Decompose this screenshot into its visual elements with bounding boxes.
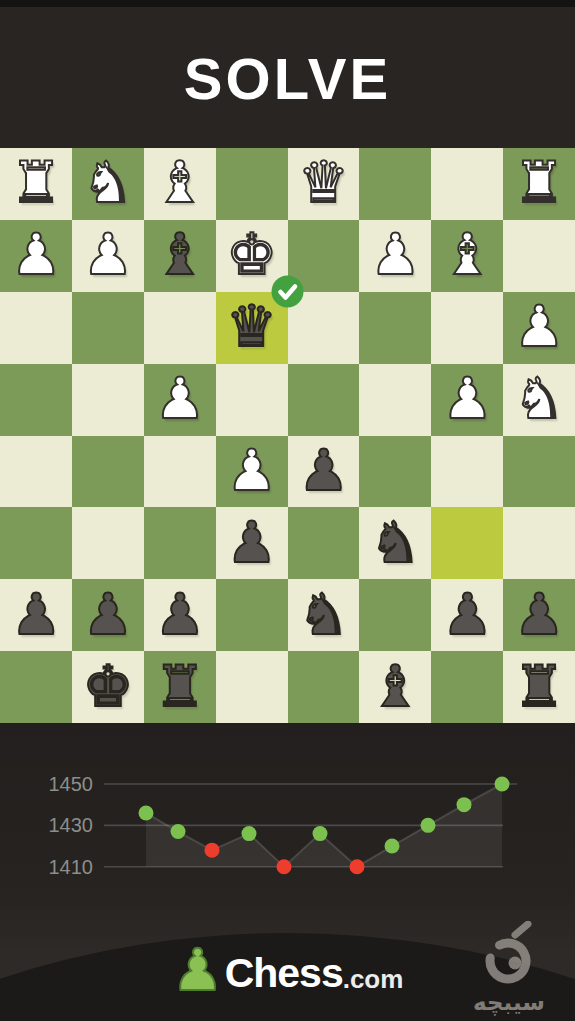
square-c2[interactable]: ♟ [359, 220, 431, 292]
rating-point-win [139, 805, 154, 820]
black-pawn: ♟ [226, 514, 277, 571]
square-g3[interactable] [72, 292, 144, 364]
square-a5[interactable] [503, 436, 575, 508]
square-f6[interactable] [144, 507, 216, 579]
square-d7[interactable]: ♞ [288, 579, 360, 651]
square-a8[interactable]: ♜ [503, 651, 575, 723]
brand-text: Chess [225, 950, 343, 997]
square-d4[interactable] [288, 364, 360, 436]
square-g6[interactable] [72, 507, 144, 579]
square-h4[interactable] [0, 364, 72, 436]
rating-point-win [242, 826, 257, 841]
square-f3[interactable] [144, 292, 216, 364]
sibche-apple-icon [473, 921, 545, 987]
rating-point-win [421, 818, 436, 833]
black-pawn: ♟ [442, 586, 493, 643]
square-d5[interactable]: ♟ [288, 436, 360, 508]
square-h1[interactable]: ♜ [0, 148, 72, 220]
square-e5[interactable]: ♟ [216, 436, 288, 508]
square-g5[interactable] [72, 436, 144, 508]
black-bishop: ♝ [370, 658, 421, 715]
black-pawn: ♟ [10, 586, 61, 643]
square-g8[interactable]: ♚ [72, 651, 144, 723]
rating-point-win [171, 824, 186, 839]
square-b8[interactable] [431, 651, 503, 723]
square-f8[interactable]: ♜ [144, 651, 216, 723]
black-pawn: ♟ [298, 442, 349, 499]
ytick-label-1410: 1410 [49, 856, 94, 878]
black-knight: ♞ [298, 586, 349, 643]
white-knight: ♞ [82, 154, 133, 211]
rating-point-win [313, 826, 328, 841]
bottom-panel: 145014301410 ♟ Chess .com سیبچه [0, 723, 575, 1021]
square-g2[interactable]: ♟ [72, 220, 144, 292]
square-h5[interactable] [0, 436, 72, 508]
square-a7[interactable]: ♟ [503, 579, 575, 651]
rating-point-win [495, 777, 510, 792]
header: SOLVE [0, 0, 575, 148]
white-pawn: ♟ [226, 442, 277, 499]
square-c8[interactable]: ♝ [359, 651, 431, 723]
square-g1[interactable]: ♞ [72, 148, 144, 220]
ytick-label-1450: 1450 [49, 773, 94, 795]
page-title: SOLVE [184, 37, 391, 112]
square-b3[interactable] [431, 292, 503, 364]
square-b7[interactable]: ♟ [431, 579, 503, 651]
black-rook: ♜ [514, 658, 565, 715]
square-b4[interactable]: ♟ [431, 364, 503, 436]
square-c4[interactable] [359, 364, 431, 436]
rating-point-win [457, 797, 472, 812]
square-a6[interactable] [503, 507, 575, 579]
square-g7[interactable]: ♟ [72, 579, 144, 651]
chess-board[interactable]: ♜♞♝♛♜♟♟♝♚♟♝♛♟♟♟♞♟♟♟♞♟♟♟♞♟♟♚♜♝♜ [0, 148, 575, 723]
square-d6[interactable] [288, 507, 360, 579]
white-rook: ♜ [514, 154, 565, 211]
white-knight: ♞ [514, 370, 565, 427]
watermark-text: سیبچه [451, 989, 567, 1015]
square-c1[interactable] [359, 148, 431, 220]
square-e8[interactable] [216, 651, 288, 723]
white-pawn: ♟ [154, 370, 205, 427]
square-h7[interactable]: ♟ [0, 579, 72, 651]
black-knight: ♞ [370, 514, 421, 571]
white-pawn: ♟ [370, 226, 421, 283]
white-pawn: ♟ [514, 298, 565, 355]
rating-chart: 145014301410 [0, 723, 575, 923]
black-rook: ♜ [154, 658, 205, 715]
square-e6[interactable]: ♟ [216, 507, 288, 579]
white-pawn: ♟ [10, 226, 61, 283]
brand-suffix-text: .com [343, 952, 404, 995]
square-h8[interactable] [0, 651, 72, 723]
square-a3[interactable]: ♟ [503, 292, 575, 364]
square-b6[interactable] [431, 507, 503, 579]
rating-point-win [385, 839, 400, 854]
black-king: ♚ [82, 658, 133, 715]
rating-point-loss [350, 859, 365, 874]
square-f4[interactable]: ♟ [144, 364, 216, 436]
white-bishop: ♝ [442, 226, 493, 283]
green-pawn-icon: ♟ [172, 941, 224, 999]
white-queen: ♛ [298, 154, 349, 211]
white-rook: ♜ [10, 154, 61, 211]
square-h3[interactable] [0, 292, 72, 364]
square-e4[interactable] [216, 364, 288, 436]
square-c7[interactable] [359, 579, 431, 651]
white-pawn: ♟ [82, 226, 133, 283]
ytick-label-1430: 1430 [49, 814, 94, 836]
black-pawn: ♟ [514, 586, 565, 643]
square-e7[interactable] [216, 579, 288, 651]
sibche-watermark: سیبچه [451, 921, 567, 1015]
black-bishop: ♝ [154, 226, 205, 283]
square-a4[interactable]: ♞ [503, 364, 575, 436]
white-bishop: ♝ [154, 154, 205, 211]
square-b5[interactable] [431, 436, 503, 508]
square-c3[interactable] [359, 292, 431, 364]
rating-point-loss [277, 859, 292, 874]
app-screen: SOLVE ♜♞♝♛♜♟♟♝♚♟♝♛♟♟♟♞♟♟♟♞♟♟♟♞♟♟♚♜♝♜ 145… [0, 0, 575, 1021]
square-e1[interactable] [216, 148, 288, 220]
square-a2[interactable] [503, 220, 575, 292]
top-edge-strip [0, 0, 575, 7]
square-d1[interactable]: ♛ [288, 148, 360, 220]
black-queen: ♛ [226, 298, 277, 355]
square-b1[interactable] [431, 148, 503, 220]
square-f7[interactable]: ♟ [144, 579, 216, 651]
square-h6[interactable] [0, 507, 72, 579]
square-h2[interactable]: ♟ [0, 220, 72, 292]
correct-move-checkmark-icon [271, 275, 304, 308]
white-king: ♚ [226, 226, 277, 283]
square-f1[interactable]: ♝ [144, 148, 216, 220]
white-pawn: ♟ [442, 370, 493, 427]
square-c6[interactable]: ♞ [359, 507, 431, 579]
square-c5[interactable] [359, 436, 431, 508]
square-d8[interactable] [288, 651, 360, 723]
black-pawn: ♟ [82, 586, 133, 643]
square-f2[interactable]: ♝ [144, 220, 216, 292]
black-pawn: ♟ [154, 586, 205, 643]
square-b2[interactable]: ♝ [431, 220, 503, 292]
square-f5[interactable] [144, 436, 216, 508]
rating-point-loss [205, 843, 220, 858]
square-a1[interactable]: ♜ [503, 148, 575, 220]
square-g4[interactable] [72, 364, 144, 436]
